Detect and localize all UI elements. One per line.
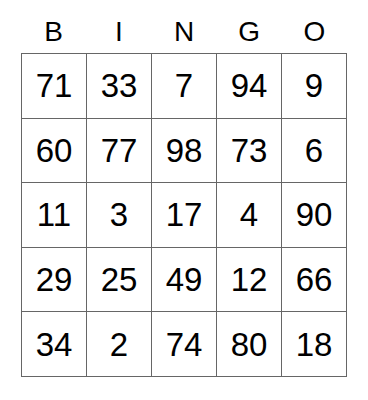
cell-r4-c4[interactable]: 12 [217, 248, 281, 312]
cell-r4-c3[interactable]: 49 [152, 248, 216, 312]
bingo-card-inner: B I N G O 71 33 7 94 9 60 77 98 73 6 11 … [21, 0, 347, 377]
bingo-header: B I N G O [21, 0, 347, 53]
cell-r3-c5[interactable]: 90 [282, 183, 346, 247]
header-letter-i: I [86, 18, 151, 53]
cell-r5-c1[interactable]: 34 [22, 312, 86, 376]
cell-r2-c2[interactable]: 77 [87, 119, 151, 183]
cell-r5-c2[interactable]: 2 [87, 312, 151, 376]
bingo-card: B I N G O 71 33 7 94 9 60 77 98 73 6 11 … [0, 0, 368, 400]
cell-r3-c3[interactable]: 17 [152, 183, 216, 247]
cell-r2-c1[interactable]: 60 [22, 119, 86, 183]
cell-r3-c2[interactable]: 3 [87, 183, 151, 247]
cell-r1-c1[interactable]: 71 [22, 54, 86, 118]
cell-r5-c5[interactable]: 18 [282, 312, 346, 376]
cell-r3-c1[interactable]: 11 [22, 183, 86, 247]
header-letter-b: B [21, 18, 86, 53]
cell-r2-c4[interactable]: 73 [217, 119, 281, 183]
cell-r4-c5[interactable]: 66 [282, 248, 346, 312]
bingo-grid: 71 33 7 94 9 60 77 98 73 6 11 3 17 4 90 … [21, 53, 347, 377]
cell-r3-c4[interactable]: 4 [217, 183, 281, 247]
cell-r1-c5[interactable]: 9 [282, 54, 346, 118]
header-letter-o: O [282, 18, 347, 53]
cell-r5-c4[interactable]: 80 [217, 312, 281, 376]
cell-r1-c4[interactable]: 94 [217, 54, 281, 118]
cell-r5-c3[interactable]: 74 [152, 312, 216, 376]
cell-r1-c2[interactable]: 33 [87, 54, 151, 118]
cell-r4-c2[interactable]: 25 [87, 248, 151, 312]
cell-r2-c5[interactable]: 6 [282, 119, 346, 183]
cell-r2-c3[interactable]: 98 [152, 119, 216, 183]
header-letter-g: G [217, 18, 282, 53]
cell-r4-c1[interactable]: 29 [22, 248, 86, 312]
header-letter-n: N [151, 18, 216, 53]
cell-r1-c3[interactable]: 7 [152, 54, 216, 118]
